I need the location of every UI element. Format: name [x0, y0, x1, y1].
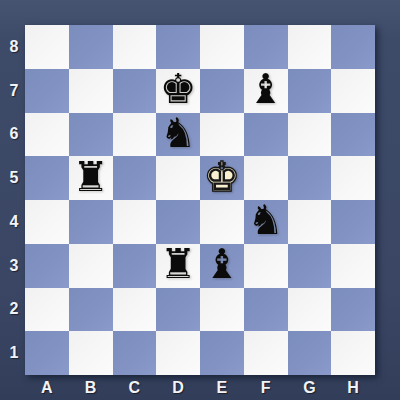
square-a6[interactable]: [25, 113, 69, 157]
square-e6[interactable]: [200, 113, 244, 157]
square-h5[interactable]: [331, 156, 375, 200]
square-g8[interactable]: [288, 25, 332, 69]
rank-label-3: 3: [0, 244, 25, 288]
rank-labels: 87654321: [0, 25, 25, 375]
file-label-b: B: [69, 375, 113, 400]
rank-label-4: 4: [0, 200, 25, 244]
rank-label-7: 7: [0, 69, 25, 113]
square-c7[interactable]: [113, 69, 157, 113]
square-h4[interactable]: [331, 200, 375, 244]
square-h2[interactable]: [331, 288, 375, 332]
black-bishop[interactable]: ♝: [203, 244, 240, 285]
square-c4[interactable]: [113, 200, 157, 244]
square-b1[interactable]: [69, 331, 113, 375]
chessboard: ♚♝♞♜♚♞♜♝: [25, 25, 375, 375]
square-g1[interactable]: [288, 331, 332, 375]
square-d7[interactable]: ♚: [156, 69, 200, 113]
square-f4[interactable]: ♞: [244, 200, 288, 244]
square-a8[interactable]: [25, 25, 69, 69]
square-d4[interactable]: [156, 200, 200, 244]
square-g3[interactable]: [288, 244, 332, 288]
square-h1[interactable]: [331, 331, 375, 375]
square-a7[interactable]: [25, 69, 69, 113]
file-labels: ABCDEFGH: [25, 375, 375, 400]
square-d3[interactable]: ♜: [156, 244, 200, 288]
square-h8[interactable]: [331, 25, 375, 69]
black-king[interactable]: ♚: [160, 69, 197, 110]
file-label-f: F: [244, 375, 288, 400]
square-f6[interactable]: [244, 113, 288, 157]
black-rook[interactable]: ♜: [160, 244, 197, 285]
square-c3[interactable]: [113, 244, 157, 288]
square-a4[interactable]: [25, 200, 69, 244]
rank-label-8: 8: [0, 25, 25, 69]
rank-label-2: 2: [0, 288, 25, 332]
file-label-e: E: [200, 375, 244, 400]
square-f7[interactable]: ♝: [244, 69, 288, 113]
square-c1[interactable]: [113, 331, 157, 375]
file-label-h: H: [331, 375, 375, 400]
square-e5[interactable]: ♚: [200, 156, 244, 200]
rank-label-1: 1: [0, 331, 25, 375]
black-knight[interactable]: ♞: [247, 200, 284, 241]
black-bishop[interactable]: ♝: [247, 69, 284, 110]
square-g5[interactable]: [288, 156, 332, 200]
square-e4[interactable]: [200, 200, 244, 244]
square-e1[interactable]: [200, 331, 244, 375]
square-d6[interactable]: ♞: [156, 113, 200, 157]
square-f2[interactable]: [244, 288, 288, 332]
rank-label-5: 5: [0, 156, 25, 200]
black-rook[interactable]: ♜: [72, 157, 109, 198]
square-b4[interactable]: [69, 200, 113, 244]
file-label-c: C: [113, 375, 157, 400]
rank-label-6: 6: [0, 113, 25, 157]
square-b3[interactable]: [69, 244, 113, 288]
square-g7[interactable]: [288, 69, 332, 113]
square-b7[interactable]: [69, 69, 113, 113]
chessboard-frame: 87654321 ♚♝♞♜♚♞♜♝ ABCDEFGH: [0, 0, 400, 400]
square-b6[interactable]: [69, 113, 113, 157]
file-label-g: G: [288, 375, 332, 400]
square-c5[interactable]: [113, 156, 157, 200]
square-g4[interactable]: [288, 200, 332, 244]
square-g6[interactable]: [288, 113, 332, 157]
square-g2[interactable]: [288, 288, 332, 332]
square-e8[interactable]: [200, 25, 244, 69]
white-king[interactable]: ♚: [203, 157, 240, 198]
square-b5[interactable]: ♜: [69, 156, 113, 200]
square-d8[interactable]: [156, 25, 200, 69]
square-a5[interactable]: [25, 156, 69, 200]
square-c8[interactable]: [113, 25, 157, 69]
black-knight[interactable]: ♞: [160, 113, 197, 154]
square-b8[interactable]: [69, 25, 113, 69]
square-h3[interactable]: [331, 244, 375, 288]
square-d2[interactable]: [156, 288, 200, 332]
square-c6[interactable]: [113, 113, 157, 157]
square-a2[interactable]: [25, 288, 69, 332]
square-h6[interactable]: [331, 113, 375, 157]
file-label-d: D: [156, 375, 200, 400]
file-label-a: A: [25, 375, 69, 400]
square-c2[interactable]: [113, 288, 157, 332]
square-f5[interactable]: [244, 156, 288, 200]
square-d1[interactable]: [156, 331, 200, 375]
square-e3[interactable]: ♝: [200, 244, 244, 288]
square-f1[interactable]: [244, 331, 288, 375]
square-f8[interactable]: [244, 25, 288, 69]
square-b2[interactable]: [69, 288, 113, 332]
square-e2[interactable]: [200, 288, 244, 332]
square-h7[interactable]: [331, 69, 375, 113]
square-a1[interactable]: [25, 331, 69, 375]
square-d5[interactable]: [156, 156, 200, 200]
square-e7[interactable]: [200, 69, 244, 113]
square-a3[interactable]: [25, 244, 69, 288]
square-f3[interactable]: [244, 244, 288, 288]
